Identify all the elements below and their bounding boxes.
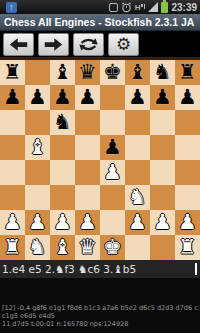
black-pawn-piece: ♟ — [103, 135, 122, 160]
square-e1[interactable]: ♚ — [100, 235, 125, 260]
notification-icon — [109, 3, 118, 12]
chess-board: ♜♝♛♚♝♞♜♟♟♟♟♟♟♟♞♝♟♟♞♟♟♟♟♟♟♟♜♞♝♛♚♜ — [0, 60, 200, 260]
square-b1[interactable]: ♞ — [25, 235, 50, 260]
square-a6[interactable] — [0, 110, 25, 135]
white-pawn-piece: ♟ — [178, 210, 197, 235]
square-b2[interactable]: ♟ — [25, 210, 50, 235]
square-g7[interactable]: ♟ — [150, 85, 175, 110]
settings-button[interactable]: ⚙ — [108, 33, 139, 56]
black-knight-piece: ♞ — [153, 60, 172, 85]
white-pawn-piece: ♟ — [28, 210, 47, 235]
white-knight-piece: ♞ — [28, 235, 47, 260]
square-d1[interactable]: ♛ — [75, 235, 100, 260]
square-f6[interactable] — [125, 110, 150, 135]
square-b8[interactable] — [25, 60, 50, 85]
white-queen-piece: ♛ — [78, 235, 97, 260]
square-b4[interactable] — [25, 160, 50, 185]
engine-pv-line: [12] -0,4 g8f6 e1g1 f8d6 b1c3 a7a6 b5e2 … — [2, 304, 199, 312]
move-list-text: 1.e4 e5 2.♞f3 ♞c6 3.♝b5 — [2, 263, 136, 275]
square-c5[interactable] — [50, 135, 75, 160]
square-b3[interactable] — [25, 185, 50, 210]
square-a3[interactable] — [0, 185, 25, 210]
black-bishop-piece: ♝ — [128, 60, 147, 85]
square-c7[interactable]: ♟ — [50, 85, 75, 110]
white-knight-piece: ♞ — [128, 185, 147, 210]
gear-icon: ⚙ — [116, 36, 131, 53]
square-b6[interactable] — [25, 110, 50, 135]
black-pawn-piece: ♟ — [153, 85, 172, 110]
black-pawn-piece: ♟ — [78, 85, 97, 110]
square-g6[interactable] — [150, 110, 175, 135]
signal-strength-icon — [148, 2, 158, 12]
square-f7[interactable]: ♟ — [125, 85, 150, 110]
black-bishop-piece: ♝ — [53, 60, 72, 85]
square-c6[interactable]: ♞ — [50, 110, 75, 135]
white-pawn-piece: ♟ — [103, 160, 122, 185]
black-knight-piece: ♞ — [53, 110, 72, 135]
engine-pv-continuation: c1g5 e6d5 e4d5 — [2, 312, 199, 320]
page-title: Chess All Engines - Stockfish 2.3.1 JA — [0, 14, 200, 31]
square-e6[interactable] — [100, 110, 125, 135]
black-pawn-piece: ♟ — [128, 85, 147, 110]
square-d6[interactable] — [75, 110, 100, 135]
app-upload-icon: ↑ — [6, 2, 17, 13]
black-king-piece: ♚ — [103, 60, 122, 85]
square-f2[interactable]: ♟ — [125, 210, 150, 235]
move-list-bar[interactable]: 1.e4 e5 2.♞f3 ♞c6 3.♝b5 — [0, 260, 200, 278]
square-e4[interactable]: ♟ — [100, 160, 125, 185]
square-g1[interactable] — [150, 235, 175, 260]
android-status-bar: ↑ H 23:39 — [0, 0, 200, 14]
square-e2[interactable] — [100, 210, 125, 235]
square-f3[interactable]: ♞ — [125, 185, 150, 210]
white-pawn-piece: ♟ — [153, 210, 172, 235]
square-e8[interactable]: ♚ — [100, 60, 125, 85]
hspa-signal-icon: H — [135, 3, 146, 12]
status-bar-right: H 23:39 — [109, 2, 200, 13]
square-g4[interactable] — [150, 160, 175, 185]
flip-board-button[interactable] — [73, 33, 104, 56]
square-d3[interactable] — [75, 185, 100, 210]
square-a7[interactable]: ♟ — [0, 85, 25, 110]
square-a5[interactable] — [0, 135, 25, 160]
engine-stats-line: 11 d7d5 t:00:01 n:165780 nps:124928 — [2, 320, 199, 328]
white-pawn-piece: ♟ — [78, 210, 97, 235]
square-h4[interactable] — [175, 160, 200, 185]
square-d8[interactable]: ♛ — [75, 60, 100, 85]
toolbar: ⚙ — [0, 31, 200, 57]
black-queen-piece: ♛ — [78, 60, 97, 85]
black-rook-piece: ♜ — [178, 60, 197, 85]
black-pawn-piece: ♟ — [3, 85, 22, 110]
swap-arrows-icon — [79, 36, 98, 53]
arrow-left-icon — [9, 37, 28, 52]
square-h2[interactable]: ♟ — [175, 210, 200, 235]
square-e7[interactable] — [100, 85, 125, 110]
move-cursor — [195, 263, 197, 275]
black-pawn-piece: ♟ — [53, 85, 72, 110]
square-g8[interactable]: ♞ — [150, 60, 175, 85]
white-rook-piece: ♜ — [178, 235, 197, 260]
back-button[interactable] — [3, 33, 34, 56]
square-d2[interactable]: ♟ — [75, 210, 100, 235]
square-a4[interactable] — [0, 160, 25, 185]
white-bishop-piece: ♝ — [28, 135, 47, 160]
square-a8[interactable]: ♜ — [0, 60, 25, 85]
square-d5[interactable] — [75, 135, 100, 160]
square-h7[interactable]: ♟ — [175, 85, 200, 110]
square-h5[interactable] — [175, 135, 200, 160]
square-b5[interactable]: ♝ — [25, 135, 50, 160]
square-f1[interactable] — [125, 235, 150, 260]
square-a2[interactable]: ♟ — [0, 210, 25, 235]
square-c3[interactable] — [50, 185, 75, 210]
black-pawn-piece: ♟ — [28, 85, 47, 110]
square-d7[interactable]: ♟ — [75, 85, 100, 110]
black-pawn-piece: ♟ — [178, 85, 197, 110]
square-h8[interactable]: ♜ — [175, 60, 200, 85]
square-h6[interactable] — [175, 110, 200, 135]
black-rook-piece: ♜ — [3, 60, 22, 85]
white-pawn-piece: ♟ — [128, 210, 147, 235]
square-h3[interactable] — [175, 185, 200, 210]
app-screen: ↑ H 23:39 Chess All Engines - Stockfish … — [0, 0, 200, 333]
square-f4[interactable] — [125, 160, 150, 185]
battery-icon — [161, 2, 168, 13]
arrow-right-icon — [44, 37, 63, 52]
square-c1[interactable]: ♝ — [50, 235, 75, 260]
square-g3[interactable] — [150, 185, 175, 210]
square-f8[interactable]: ♝ — [125, 60, 150, 85]
square-f5[interactable] — [125, 135, 150, 160]
status-bar-clock: 23:39 — [171, 2, 197, 13]
square-g2[interactable]: ♟ — [150, 210, 175, 235]
white-king-piece: ♚ — [103, 235, 122, 260]
square-g5[interactable] — [150, 135, 175, 160]
white-rook-piece: ♜ — [3, 235, 22, 260]
square-c8[interactable]: ♝ — [50, 60, 75, 85]
white-pawn-piece: ♟ — [3, 210, 22, 235]
square-a1[interactable]: ♜ — [0, 235, 25, 260]
alarm-clock-icon — [121, 2, 132, 13]
square-h1[interactable]: ♜ — [175, 235, 200, 260]
white-pawn-piece: ♟ — [53, 210, 72, 235]
forward-button[interactable] — [38, 33, 69, 56]
engine-output-panel: [12] -0,4 g8f6 e1g1 f8d6 b1c3 a7a6 b5e2 … — [0, 278, 200, 333]
square-e3[interactable] — [100, 185, 125, 210]
white-bishop-piece: ♝ — [53, 235, 72, 260]
square-c2[interactable]: ♟ — [50, 210, 75, 235]
square-e5[interactable]: ♟ — [100, 135, 125, 160]
square-c4[interactable] — [50, 160, 75, 185]
status-bar-left: ↑ — [0, 2, 109, 13]
square-b7[interactable]: ♟ — [25, 85, 50, 110]
engine-lines: [12] -0,4 g8f6 e1g1 f8d6 b1c3 a7a6 b5e2 … — [2, 304, 199, 328]
square-d4[interactable] — [75, 160, 100, 185]
